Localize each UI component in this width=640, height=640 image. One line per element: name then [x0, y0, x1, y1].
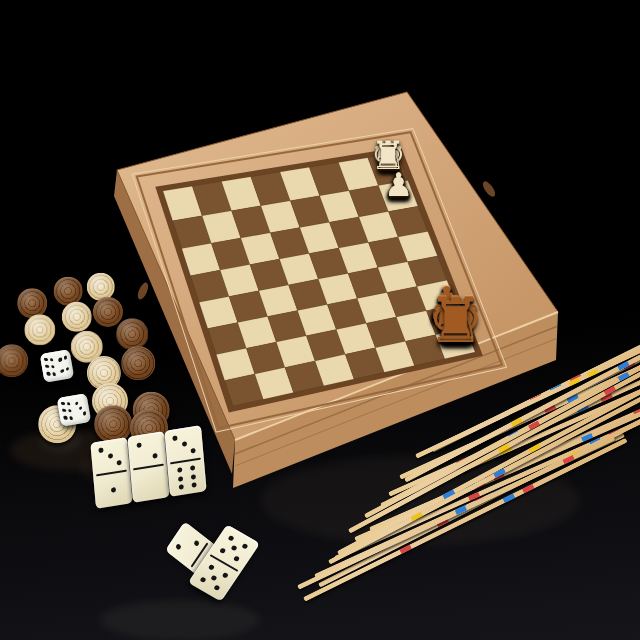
- pip: [99, 448, 104, 454]
- piece-brown-rook[interactable]: ♜: [428, 290, 484, 352]
- pip: [116, 460, 121, 466]
- pip: [192, 482, 197, 488]
- frame-notch-right: [481, 179, 498, 198]
- pip: [136, 442, 141, 448]
- chess-box-scene: [0, 0, 640, 640]
- domino-standing-2-0[interactable]: [127, 431, 169, 503]
- domino-half-1: [93, 471, 132, 507]
- pip: [222, 572, 229, 579]
- pip: [173, 436, 178, 442]
- piece-white-pawn[interactable]: ♟: [384, 169, 413, 201]
- pip: [178, 476, 183, 482]
- pip: [190, 448, 195, 454]
- domino-half-0: [130, 465, 169, 501]
- pip: [227, 535, 234, 542]
- frame-notch-left: [136, 281, 151, 301]
- pip: [191, 474, 196, 480]
- pip: [177, 467, 182, 473]
- pip: [175, 544, 182, 551]
- domino-standing-3-6[interactable]: [164, 425, 206, 497]
- domino-half-6: [167, 459, 206, 495]
- pip: [211, 574, 218, 581]
- pip: [219, 547, 226, 554]
- pip: [208, 564, 215, 571]
- pip: [214, 585, 221, 592]
- pip: [178, 484, 183, 490]
- pip: [230, 545, 237, 552]
- pip: [233, 556, 240, 563]
- product-photo-stage: { "game": "chess", "set_description": "W…: [0, 0, 640, 640]
- pip: [193, 540, 200, 547]
- pip: [152, 453, 157, 459]
- pip: [190, 465, 195, 471]
- domino-standing-3-1[interactable]: [90, 437, 132, 509]
- pip: [199, 576, 206, 583]
- pip: [107, 454, 112, 460]
- pip: [242, 543, 249, 550]
- pip: [181, 442, 186, 448]
- pip: [110, 487, 115, 493]
